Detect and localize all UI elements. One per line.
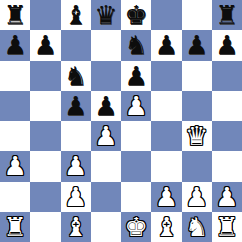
white-rook-piece: ♜ bbox=[215, 212, 238, 242]
square-f8[interactable] bbox=[151, 0, 181, 30]
square-c7[interactable] bbox=[61, 30, 91, 60]
square-h6[interactable] bbox=[212, 61, 242, 91]
square-g5[interactable] bbox=[182, 91, 212, 121]
square-b1[interactable] bbox=[30, 212, 60, 242]
white-pawn-piece: ♟ bbox=[3, 151, 26, 181]
square-g2[interactable]: ♟ bbox=[182, 182, 212, 212]
white-pawn-piece: ♟ bbox=[64, 151, 87, 181]
square-b6[interactable] bbox=[30, 61, 60, 91]
white-bishop-piece: ♝ bbox=[155, 212, 178, 242]
square-g1[interactable]: ♞ bbox=[182, 212, 212, 242]
square-h7[interactable]: ♟ bbox=[212, 30, 242, 60]
square-d8[interactable]: ♛ bbox=[91, 0, 121, 30]
square-d1[interactable] bbox=[91, 212, 121, 242]
square-c4[interactable] bbox=[61, 121, 91, 151]
square-c3[interactable]: ♟ bbox=[61, 151, 91, 181]
square-a7[interactable]: ♟ bbox=[0, 30, 30, 60]
square-c1[interactable]: ♝ bbox=[61, 212, 91, 242]
square-e2[interactable] bbox=[121, 182, 151, 212]
square-a2[interactable] bbox=[0, 182, 30, 212]
square-a5[interactable] bbox=[0, 91, 30, 121]
square-a8[interactable]: ♜ bbox=[0, 0, 30, 30]
black-bishop-piece: ♝ bbox=[64, 0, 87, 30]
square-h5[interactable] bbox=[212, 91, 242, 121]
black-pawn-piece: ♟ bbox=[3, 30, 26, 60]
square-g7[interactable]: ♟ bbox=[182, 30, 212, 60]
black-pawn-piece: ♟ bbox=[64, 91, 87, 121]
square-d7[interactable] bbox=[91, 30, 121, 60]
white-pawn-piece: ♟ bbox=[155, 182, 178, 212]
square-a6[interactable] bbox=[0, 61, 30, 91]
chess-board-container: ♜♝♛♚♜♟♟♞♟♟♟♞♟♟♟♟♟♛♟♟♟♟♟♟♜♝♚♝♞♜ bbox=[0, 0, 242, 242]
square-c8[interactable]: ♝ bbox=[61, 0, 91, 30]
square-f3[interactable] bbox=[151, 151, 181, 181]
square-f1[interactable]: ♝ bbox=[151, 212, 181, 242]
black-pawn-piece: ♟ bbox=[215, 30, 238, 60]
white-pawn-piece: ♟ bbox=[64, 182, 87, 212]
square-h8[interactable]: ♜ bbox=[212, 0, 242, 30]
black-queen-piece: ♛ bbox=[94, 0, 117, 30]
black-pawn-piece: ♟ bbox=[155, 30, 178, 60]
square-d5[interactable]: ♟ bbox=[91, 91, 121, 121]
square-b2[interactable] bbox=[30, 182, 60, 212]
square-h3[interactable] bbox=[212, 151, 242, 181]
white-pawn-piece: ♟ bbox=[215, 182, 238, 212]
white-king-piece: ♚ bbox=[124, 212, 147, 242]
square-e6[interactable]: ♟ bbox=[121, 61, 151, 91]
black-king-piece: ♚ bbox=[124, 0, 147, 30]
black-rook-piece: ♜ bbox=[215, 0, 238, 30]
square-e5[interactable]: ♟ bbox=[121, 91, 151, 121]
square-e8[interactable]: ♚ bbox=[121, 0, 151, 30]
square-c5[interactable]: ♟ bbox=[61, 91, 91, 121]
square-e1[interactable]: ♚ bbox=[121, 212, 151, 242]
white-pawn-piece: ♟ bbox=[94, 121, 117, 151]
square-d3[interactable] bbox=[91, 151, 121, 181]
white-pawn-piece: ♟ bbox=[185, 182, 208, 212]
square-a1[interactable]: ♜ bbox=[0, 212, 30, 242]
square-d4[interactable]: ♟ bbox=[91, 121, 121, 151]
square-c6[interactable]: ♞ bbox=[61, 61, 91, 91]
square-b5[interactable] bbox=[30, 91, 60, 121]
square-e4[interactable] bbox=[121, 121, 151, 151]
square-h2[interactable]: ♟ bbox=[212, 182, 242, 212]
black-knight-piece: ♞ bbox=[124, 30, 147, 60]
white-pawn-piece: ♟ bbox=[124, 91, 147, 121]
square-g6[interactable] bbox=[182, 61, 212, 91]
black-pawn-piece: ♟ bbox=[34, 30, 57, 60]
white-queen-piece: ♛ bbox=[185, 121, 208, 151]
square-d2[interactable] bbox=[91, 182, 121, 212]
white-bishop-piece: ♝ bbox=[64, 212, 87, 242]
square-e7[interactable]: ♞ bbox=[121, 30, 151, 60]
square-f7[interactable]: ♟ bbox=[151, 30, 181, 60]
chess-board: ♜♝♛♚♜♟♟♞♟♟♟♞♟♟♟♟♟♛♟♟♟♟♟♟♜♝♚♝♞♜ bbox=[0, 0, 242, 242]
square-c2[interactable]: ♟ bbox=[61, 182, 91, 212]
black-pawn-piece: ♟ bbox=[185, 30, 208, 60]
square-g8[interactable] bbox=[182, 0, 212, 30]
black-pawn-piece: ♟ bbox=[94, 91, 117, 121]
square-g3[interactable] bbox=[182, 151, 212, 181]
square-b7[interactable]: ♟ bbox=[30, 30, 60, 60]
square-b4[interactable] bbox=[30, 121, 60, 151]
square-f4[interactable] bbox=[151, 121, 181, 151]
square-b8[interactable] bbox=[30, 0, 60, 30]
black-rook-piece: ♜ bbox=[3, 0, 26, 30]
black-knight-piece: ♞ bbox=[64, 61, 87, 91]
square-h4[interactable] bbox=[212, 121, 242, 151]
square-a4[interactable] bbox=[0, 121, 30, 151]
square-g4[interactable]: ♛ bbox=[182, 121, 212, 151]
square-e3[interactable] bbox=[121, 151, 151, 181]
square-f6[interactable] bbox=[151, 61, 181, 91]
square-h1[interactable]: ♜ bbox=[212, 212, 242, 242]
white-knight-piece: ♞ bbox=[185, 212, 208, 242]
square-f5[interactable] bbox=[151, 91, 181, 121]
square-b3[interactable] bbox=[30, 151, 60, 181]
black-pawn-piece: ♟ bbox=[124, 61, 147, 91]
white-rook-piece: ♜ bbox=[3, 212, 26, 242]
square-f2[interactable]: ♟ bbox=[151, 182, 181, 212]
square-a3[interactable]: ♟ bbox=[0, 151, 30, 181]
square-d6[interactable] bbox=[91, 61, 121, 91]
